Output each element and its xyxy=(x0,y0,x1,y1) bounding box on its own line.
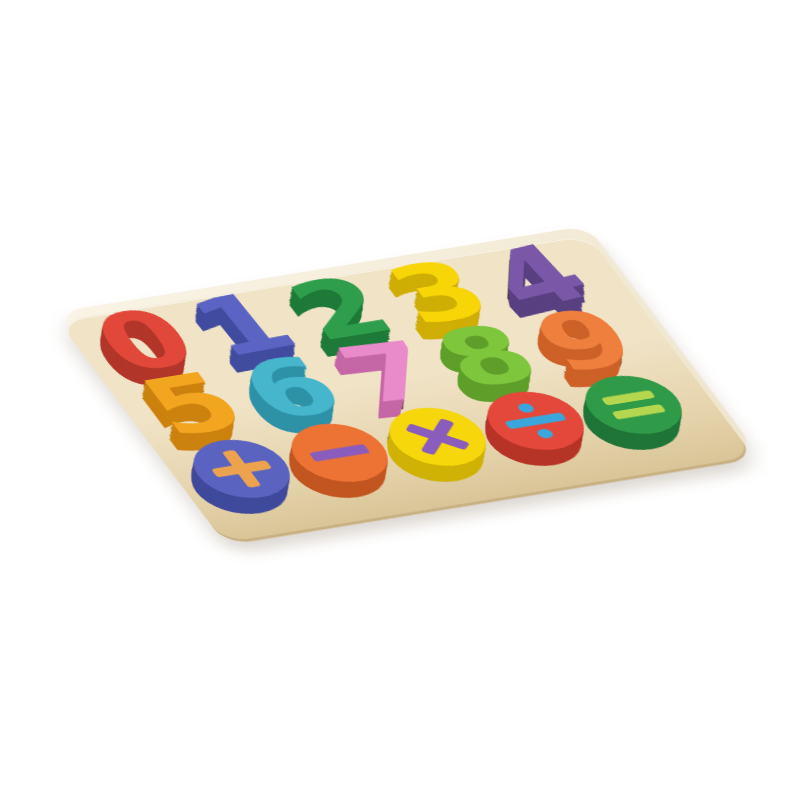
divide-mark-dot-top xyxy=(516,402,536,413)
product-photo-scene: 00112233445566778899 xyxy=(0,0,800,800)
puzzle-tray: 00112233445566778899 xyxy=(58,226,755,536)
divide-mark-bar xyxy=(504,412,567,429)
minus-mark xyxy=(309,444,371,462)
equals-mark-bar-top xyxy=(601,390,656,406)
divide-mark-dot-bottom xyxy=(535,428,555,439)
equals-mark-bar-bottom xyxy=(612,404,667,420)
